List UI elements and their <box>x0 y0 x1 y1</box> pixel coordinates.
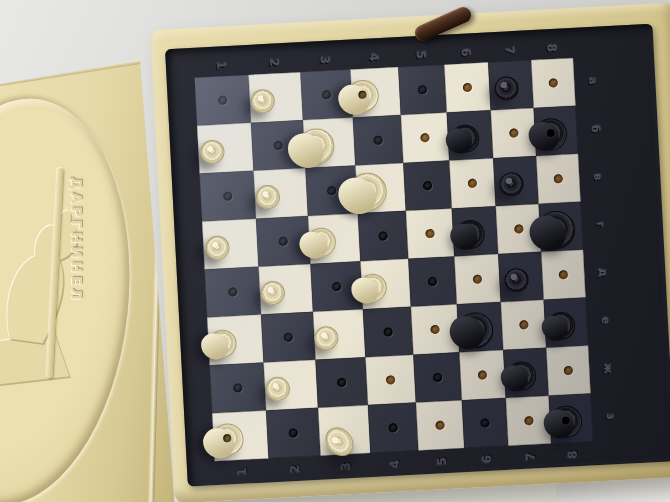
rank-label-top-1: 1 <box>214 58 229 73</box>
rank-label-top-3: 3 <box>317 53 332 68</box>
chess-case-base: ♙♖♟♙♕♝♜♙♔♟♙♘♞♚♙♗♟♗♙♛♝♙♞♖♙♜ 1122334455667… <box>150 3 670 502</box>
file-label-right-c: в <box>590 169 605 184</box>
file-label-right-h: з <box>602 409 617 424</box>
rank-label-top-4: 4 <box>366 50 381 65</box>
rank-label-bottom-2: 2 <box>288 462 303 477</box>
file-label-right-a: а <box>585 74 600 89</box>
rank-label-top-7: 7 <box>502 43 517 58</box>
file-label-right-g: ж <box>600 361 615 376</box>
file-label-right-b: б <box>587 122 602 137</box>
rank-label-bottom-7: 7 <box>523 449 538 464</box>
rank-label-bottom-1: 1 <box>235 464 250 479</box>
rank-label-top-2: 2 <box>267 55 282 70</box>
lid-title: ДАРГНИНЕЛ <box>69 177 85 287</box>
rank-label-bottom-6: 6 <box>480 452 495 467</box>
rank-label-top-8: 8 <box>544 41 559 56</box>
rank-label-bottom-4: 4 <box>388 456 403 471</box>
file-label-right-f: е <box>597 313 612 328</box>
file-label-right-d: г <box>592 217 607 232</box>
rank-label-bottom-8: 8 <box>565 447 580 462</box>
rank-label-bottom-3: 3 <box>339 459 354 474</box>
board-frame: ♙♖♟♙♕♝♜♙♔♟♙♘♞♚♙♗♟♗♙♛♝♙♞♖♙♜ 1122334455667… <box>165 24 670 487</box>
file-label-right-e: д <box>595 265 610 280</box>
rank-label-bottom-5: 5 <box>435 454 450 469</box>
coordinate-labels: 1122334455667788абвгдежз <box>165 24 670 487</box>
lid-top-bevel <box>0 59 143 87</box>
rank-label-top-5: 5 <box>413 48 428 63</box>
rank-label-top-6: 6 <box>458 45 473 60</box>
photo-travel-chess-set: { "game": "chess", "scene": { "descripti… <box>0 0 670 502</box>
